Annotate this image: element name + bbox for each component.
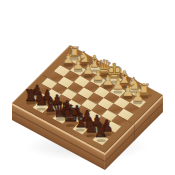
piece-white-pawn[interactable]: ♟ [131, 89, 144, 103]
chess-set-photo: ♜♞♝♛♚♝♞♜♟♟♟♟♟♟♟♟♟♟♟♟♟♟♟♟♜♞♝♛♚♝♞♜ [0, 0, 175, 175]
piece-black-rook[interactable]: ♜ [93, 124, 109, 142]
